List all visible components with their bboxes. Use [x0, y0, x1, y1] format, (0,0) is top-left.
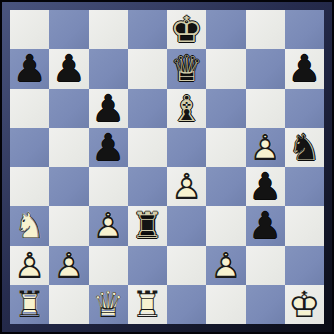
piece-glyph-fill: ♞	[285, 128, 324, 167]
chess-board: ♚♔♟♙♟♙♛♕♟♙♟♙♝♗♟♙♟♙♞♘♟♙♟♙♞♘♟♙♜♖♟♙♟♙♟♙♟♙♜♖…	[10, 10, 324, 324]
square-c3[interactable]: ♟♙	[89, 206, 128, 245]
piece-glyph-fill: ♜	[128, 206, 167, 245]
square-d7[interactable]	[128, 49, 167, 88]
square-c4[interactable]	[89, 167, 128, 206]
square-a5[interactable]	[10, 128, 49, 167]
square-g2[interactable]	[246, 246, 285, 285]
square-h5[interactable]: ♞♘	[285, 128, 324, 167]
piece-black-queen-e7[interactable]: ♛♕	[167, 49, 206, 88]
square-a4[interactable]	[10, 167, 49, 206]
square-b3[interactable]	[49, 206, 88, 245]
piece-glyph-fill: ♜	[10, 285, 49, 324]
square-e8[interactable]: ♚♔	[167, 10, 206, 49]
piece-black-pawn-b7[interactable]: ♟♙	[49, 49, 88, 88]
square-e2[interactable]	[167, 246, 206, 285]
piece-glyph-outline: ♙	[206, 246, 245, 285]
piece-black-pawn-c5[interactable]: ♟♙	[89, 128, 128, 167]
piece-glyph-fill: ♟	[49, 49, 88, 88]
square-a3[interactable]: ♞♘	[10, 206, 49, 245]
piece-black-king-e8[interactable]: ♚♔	[167, 10, 206, 49]
square-b8[interactable]	[49, 10, 88, 49]
piece-black-pawn-h7[interactable]: ♟♙	[285, 49, 324, 88]
piece-black-pawn-c6[interactable]: ♟♙	[89, 89, 128, 128]
square-c6[interactable]: ♟♙	[89, 89, 128, 128]
piece-glyph-outline: ♘	[285, 128, 324, 167]
square-f2[interactable]: ♟♙	[206, 246, 245, 285]
piece-glyph-outline: ♔	[285, 285, 324, 324]
piece-glyph-fill: ♟	[89, 128, 128, 167]
piece-glyph-outline: ♙	[246, 206, 285, 245]
piece-glyph-fill: ♟	[167, 167, 206, 206]
square-b7[interactable]: ♟♙	[49, 49, 88, 88]
square-a6[interactable]	[10, 89, 49, 128]
square-e6[interactable]: ♝♗	[167, 89, 206, 128]
square-d4[interactable]	[128, 167, 167, 206]
square-b2[interactable]: ♟♙	[49, 246, 88, 285]
square-f1[interactable]	[206, 285, 245, 324]
piece-glyph-fill: ♚	[167, 10, 206, 49]
piece-glyph-outline: ♙	[10, 246, 49, 285]
piece-glyph-fill: ♟	[285, 49, 324, 88]
piece-white-pawn-a2[interactable]: ♟♙	[10, 246, 49, 285]
piece-glyph-outline: ♙	[246, 128, 285, 167]
square-e7[interactable]: ♛♕	[167, 49, 206, 88]
square-h8[interactable]	[285, 10, 324, 49]
square-b5[interactable]	[49, 128, 88, 167]
square-f7[interactable]	[206, 49, 245, 88]
piece-glyph-outline: ♕	[89, 285, 128, 324]
piece-black-knight-h5[interactable]: ♞♘	[285, 128, 324, 167]
piece-glyph-outline: ♙	[49, 49, 88, 88]
piece-white-pawn-b2[interactable]: ♟♙	[49, 246, 88, 285]
square-g4[interactable]: ♟♙	[246, 167, 285, 206]
square-f3[interactable]	[206, 206, 245, 245]
square-d8[interactable]	[128, 10, 167, 49]
square-e1[interactable]	[167, 285, 206, 324]
square-f6[interactable]	[206, 89, 245, 128]
piece-glyph-outline: ♗	[167, 89, 206, 128]
piece-white-pawn-c3[interactable]: ♟♙	[89, 206, 128, 245]
piece-glyph-outline: ♖	[10, 285, 49, 324]
square-f5[interactable]	[206, 128, 245, 167]
piece-glyph-fill: ♚	[285, 285, 324, 324]
square-c7[interactable]	[89, 49, 128, 88]
square-h1[interactable]: ♚♔	[285, 285, 324, 324]
square-a8[interactable]	[10, 10, 49, 49]
square-h4[interactable]	[285, 167, 324, 206]
square-d5[interactable]	[128, 128, 167, 167]
square-h2[interactable]	[285, 246, 324, 285]
square-d1[interactable]: ♜♖	[128, 285, 167, 324]
square-e3[interactable]	[167, 206, 206, 245]
square-a7[interactable]: ♟♙	[10, 49, 49, 88]
square-e5[interactable]	[167, 128, 206, 167]
piece-glyph-fill: ♟	[10, 246, 49, 285]
piece-glyph-fill: ♛	[89, 285, 128, 324]
square-f8[interactable]	[206, 10, 245, 49]
piece-black-pawn-a7[interactable]: ♟♙	[10, 49, 49, 88]
piece-glyph-outline: ♖	[128, 206, 167, 245]
piece-white-queen-c1[interactable]: ♛♕	[89, 285, 128, 324]
square-h3[interactable]	[285, 206, 324, 245]
piece-black-pawn-g4[interactable]: ♟♙	[246, 167, 285, 206]
square-c8[interactable]	[89, 10, 128, 49]
square-b4[interactable]	[49, 167, 88, 206]
square-d6[interactable]	[128, 89, 167, 128]
square-c1[interactable]: ♛♕	[89, 285, 128, 324]
square-b1[interactable]	[49, 285, 88, 324]
piece-white-pawn-e4[interactable]: ♟♙	[167, 167, 206, 206]
piece-white-pawn-g5[interactable]: ♟♙	[246, 128, 285, 167]
piece-glyph-outline: ♙	[167, 167, 206, 206]
square-g6[interactable]	[246, 89, 285, 128]
piece-glyph-fill: ♟	[246, 206, 285, 245]
square-d3[interactable]: ♜♖	[128, 206, 167, 245]
square-d2[interactable]	[128, 246, 167, 285]
square-g3[interactable]: ♟♙	[246, 206, 285, 245]
piece-glyph-outline: ♙	[89, 128, 128, 167]
piece-glyph-fill: ♟	[246, 128, 285, 167]
square-h7[interactable]: ♟♙	[285, 49, 324, 88]
piece-black-bishop-e6[interactable]: ♝♗	[167, 89, 206, 128]
piece-glyph-outline: ♕	[167, 49, 206, 88]
piece-glyph-outline: ♙	[246, 167, 285, 206]
piece-glyph-outline: ♖	[128, 285, 167, 324]
piece-glyph-fill: ♟	[89, 89, 128, 128]
square-b6[interactable]	[49, 89, 88, 128]
square-f4[interactable]	[206, 167, 245, 206]
piece-glyph-fill: ♛	[167, 49, 206, 88]
piece-glyph-fill: ♟	[89, 206, 128, 245]
piece-glyph-outline: ♔	[167, 10, 206, 49]
square-c5[interactable]: ♟♙	[89, 128, 128, 167]
piece-black-rook-d3[interactable]: ♜♖	[128, 206, 167, 245]
square-h6[interactable]	[285, 89, 324, 128]
square-a1[interactable]: ♜♖	[10, 285, 49, 324]
square-g7[interactable]	[246, 49, 285, 88]
square-a2[interactable]: ♟♙	[10, 246, 49, 285]
piece-glyph-outline: ♙	[89, 206, 128, 245]
piece-glyph-outline: ♙	[285, 49, 324, 88]
piece-white-king-h1[interactable]: ♚♔	[285, 285, 324, 324]
piece-white-knight-a3[interactable]: ♞♘	[10, 206, 49, 245]
piece-glyph-outline: ♙	[49, 246, 88, 285]
square-e4[interactable]: ♟♙	[167, 167, 206, 206]
piece-white-rook-a1[interactable]: ♜♖	[10, 285, 49, 324]
piece-glyph-outline: ♙	[10, 49, 49, 88]
piece-white-rook-d1[interactable]: ♜♖	[128, 285, 167, 324]
piece-glyph-fill: ♝	[167, 89, 206, 128]
square-c2[interactable]	[89, 246, 128, 285]
piece-glyph-fill: ♟	[206, 246, 245, 285]
square-g8[interactable]	[246, 10, 285, 49]
piece-glyph-fill: ♟	[49, 246, 88, 285]
piece-glyph-outline: ♙	[89, 89, 128, 128]
piece-black-pawn-g3[interactable]: ♟♙	[246, 206, 285, 245]
square-g1[interactable]	[246, 285, 285, 324]
piece-glyph-fill: ♟	[10, 49, 49, 88]
square-g5[interactable]: ♟♙	[246, 128, 285, 167]
piece-white-pawn-f2[interactable]: ♟♙	[206, 246, 245, 285]
piece-glyph-fill: ♜	[128, 285, 167, 324]
piece-glyph-fill: ♞	[10, 206, 49, 245]
piece-glyph-outline: ♘	[10, 206, 49, 245]
board-frame: ♚♔♟♙♟♙♛♕♟♙♟♙♝♗♟♙♟♙♞♘♟♙♟♙♞♘♟♙♜♖♟♙♟♙♟♙♟♙♜♖…	[0, 0, 334, 334]
piece-glyph-fill: ♟	[246, 167, 285, 206]
